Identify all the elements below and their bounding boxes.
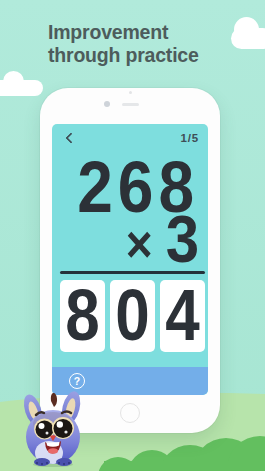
progress-counter: 1/5 bbox=[181, 132, 199, 144]
marketing-headline: Improvement through practice bbox=[48, 21, 199, 66]
back-button[interactable] bbox=[62, 130, 80, 148]
multiply-sign: × bbox=[126, 215, 153, 273]
sensor-dot-icon bbox=[129, 91, 132, 94]
headline-line2: through practice bbox=[48, 44, 199, 67]
answer-cell[interactable]: 8 bbox=[60, 280, 105, 352]
multiplier: 3 bbox=[166, 202, 199, 277]
question-mark-icon: ? bbox=[74, 375, 80, 387]
app-screen: 1/5 268 ×3 8 0 4 ? bbox=[52, 124, 208, 395]
phone-mockup: 1/5 268 ×3 8 0 4 ? bbox=[40, 88, 220, 433]
hint-button[interactable]: ? bbox=[69, 373, 85, 389]
cloud-decoration bbox=[231, 28, 265, 49]
cloud-decoration bbox=[0, 80, 43, 96]
multiplier-row: ×3 bbox=[126, 206, 199, 273]
speaker-slot-icon bbox=[122, 103, 139, 107]
chevron-left-icon bbox=[65, 132, 76, 143]
home-button bbox=[120, 403, 140, 423]
app-store-screenshot: Improvement through practice 1/5 268 bbox=[0, 0, 265, 471]
answer-cell[interactable]: 4 bbox=[160, 280, 205, 352]
answer-row: 8 0 4 bbox=[60, 280, 205, 352]
equals-rule-line bbox=[60, 271, 205, 274]
front-camera-icon bbox=[104, 101, 110, 107]
headline-line1: Improvement bbox=[48, 21, 199, 44]
answer-cell[interactable]: 0 bbox=[110, 280, 155, 352]
mascot-monster bbox=[16, 389, 90, 467]
